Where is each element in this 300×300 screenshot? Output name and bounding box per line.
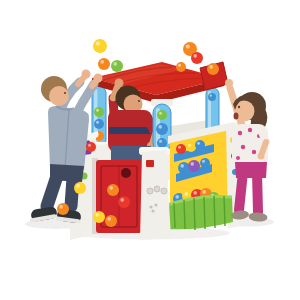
ball-yellow [93, 39, 107, 53]
tray-slat [194, 198, 195, 230]
ball-highlight [193, 54, 197, 58]
tray-slat [224, 196, 225, 226]
ball-blue [157, 138, 167, 148]
left-boy-leg-2 [71, 178, 73, 206]
ball-red [86, 142, 96, 152]
ball-highlight [59, 205, 63, 209]
ball-green [157, 110, 167, 120]
ball-orange [176, 62, 186, 72]
girl-leg-2 [257, 172, 258, 212]
ball-blue [178, 162, 190, 174]
polka-dot [248, 128, 252, 132]
ball-highlight [209, 65, 213, 69]
tray-slat [174, 203, 175, 228]
ball-yellow [93, 211, 105, 223]
ball-orange [107, 184, 119, 196]
girl-lower-arm [262, 142, 266, 153]
pillar-flower-dot [151, 209, 154, 212]
polka-dot [252, 150, 256, 154]
corner-pillar [140, 150, 171, 240]
girl-leg-1 [239, 172, 243, 210]
middle-boy-eye [138, 100, 140, 102]
ball-orange [98, 58, 110, 70]
ball-highlight [96, 121, 99, 124]
door-ball-hole [121, 168, 131, 178]
ball-highlight [159, 112, 162, 115]
ball-blue [200, 158, 210, 168]
product-photo: Product photo: three toddlers play with … [0, 0, 300, 300]
left-boy-hand-2 [94, 74, 103, 83]
ball-highlight [178, 64, 181, 67]
ball-highlight [95, 213, 99, 217]
pillar-flower-dot [154, 203, 157, 206]
ball-highlight [193, 191, 197, 195]
ball-yellow [74, 182, 86, 194]
ball-highlight [180, 164, 184, 168]
ball-red [176, 144, 186, 154]
ball-purple [188, 160, 200, 172]
polka-dot [236, 156, 240, 160]
ball-orange [57, 203, 69, 215]
ball-highlight [96, 109, 99, 112]
polka-dot [238, 131, 242, 135]
left-boy-face [49, 86, 69, 106]
ball-yellow [186, 142, 196, 152]
ball-highlight [113, 62, 117, 66]
ball-highlight [197, 142, 200, 145]
ball-highlight [159, 140, 162, 143]
ball-blue [94, 119, 104, 129]
girl-open-mouth [234, 113, 239, 120]
ball-blue [208, 93, 216, 101]
ball-green [94, 107, 104, 117]
ball-orange [207, 63, 219, 75]
ball-highlight [178, 146, 181, 149]
tray-slat [214, 196, 215, 228]
ball-orange [105, 215, 117, 227]
ball-highlight [202, 190, 206, 194]
pillar-hole [154, 186, 160, 192]
polka-dot [241, 145, 245, 149]
ball-highlight [202, 160, 205, 163]
ball-highlight [120, 198, 124, 202]
ball-red [118, 196, 130, 208]
ball-highlight [186, 44, 190, 48]
ball-highlight [109, 186, 113, 190]
ball-highlight [107, 217, 111, 221]
ball-highlight [158, 125, 162, 129]
ball-highlight [190, 162, 194, 166]
ball-highlight [175, 195, 179, 199]
pillar-hole [161, 188, 167, 194]
ball-highlight [100, 60, 104, 64]
ball-highlight [76, 184, 80, 188]
pillar-flower-dot [149, 205, 152, 208]
ball-highlight [96, 41, 100, 45]
pillar-hole [147, 188, 153, 194]
left-boy-eye [64, 92, 66, 94]
left-boy-hand-1 [82, 70, 91, 79]
ball-green [111, 60, 123, 72]
girl-hand-2 [258, 153, 265, 160]
ball-highlight [184, 192, 188, 196]
ball-highlight [210, 94, 212, 96]
ball-red [191, 52, 203, 64]
girl-eye [238, 106, 240, 108]
right-wall [164, 122, 242, 230]
brand-logo-badge [146, 160, 154, 167]
ball-highlight [188, 144, 191, 147]
girl-hand [225, 79, 233, 87]
scene-canvas [0, 0, 300, 300]
middle-boy-hand [115, 79, 124, 88]
ball-highlight [88, 144, 91, 147]
tray-slat [204, 197, 205, 229]
tray-slat [184, 200, 185, 229]
ball-blue [195, 140, 205, 150]
ball-blue [156, 123, 168, 135]
middle-boy-shirt-stripe [109, 127, 151, 134]
